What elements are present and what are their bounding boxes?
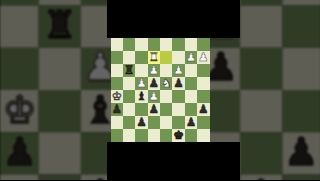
square-c6[interactable] xyxy=(172,103,184,116)
square-b2[interactable]: ♟ xyxy=(185,51,197,64)
square-a7[interactable] xyxy=(197,116,209,129)
black-king[interactable]: ♚ xyxy=(173,129,184,142)
square-f7[interactable]: ♟ xyxy=(135,116,147,129)
bg-square-g4 xyxy=(39,47,79,89)
bg-square-a5 xyxy=(281,90,320,132)
bg-square-g5 xyxy=(39,90,79,132)
square-g3[interactable]: ♜ xyxy=(123,64,135,77)
square-a3[interactable] xyxy=(197,64,209,77)
chess-board: ♜♟♟♜♟♟♟♟♞♟♚♝♟♟♟♟♟♟♚ xyxy=(111,38,210,142)
bg-square-h5: ♚ xyxy=(0,90,39,132)
bg-white-king: ♚ xyxy=(2,90,36,132)
white-rook[interactable]: ♜ xyxy=(149,51,160,64)
square-c3[interactable]: ♟ xyxy=(172,64,184,77)
square-b4[interactable] xyxy=(185,77,197,90)
white-pawn[interactable]: ♟ xyxy=(149,90,160,103)
square-f2[interactable] xyxy=(135,51,147,64)
square-c7[interactable] xyxy=(172,116,184,129)
letterbox-top xyxy=(107,0,240,38)
white-pawn[interactable]: ♟ xyxy=(149,64,160,77)
square-d3[interactable] xyxy=(160,64,172,77)
black-pawn[interactable]: ♟ xyxy=(111,103,122,116)
square-e2[interactable]: ♜ xyxy=(148,51,160,64)
square-a5[interactable] xyxy=(197,90,209,103)
bg-square-a2: ♟ xyxy=(281,0,320,5)
square-d2[interactable] xyxy=(160,51,172,64)
square-g7[interactable] xyxy=(123,116,135,129)
bg-square-a3 xyxy=(281,5,320,47)
bg-square-b3 xyxy=(240,5,280,47)
bg-square-b5 xyxy=(240,90,280,132)
black-pawn[interactable]: ♟ xyxy=(136,116,147,129)
square-e6[interactable]: ♟ xyxy=(148,103,160,116)
bg-square-a4 xyxy=(281,47,320,89)
bg-square-h2 xyxy=(0,0,39,5)
square-f4[interactable]: ♟ xyxy=(135,77,147,90)
white-knight[interactable]: ♞ xyxy=(161,77,172,90)
square-d8[interactable] xyxy=(160,129,172,142)
square-b3[interactable] xyxy=(185,64,197,77)
square-c8[interactable]: ♚ xyxy=(172,129,184,142)
square-d7[interactable] xyxy=(160,116,172,129)
white-pawn[interactable]: ♟ xyxy=(198,51,209,64)
square-g8[interactable] xyxy=(123,129,135,142)
black-pawn[interactable]: ♟ xyxy=(149,77,160,90)
square-f8[interactable] xyxy=(135,129,147,142)
bg-square-h6: ♟ xyxy=(0,132,39,174)
square-e5[interactable]: ♟ xyxy=(148,90,160,103)
square-b8[interactable] xyxy=(185,129,197,142)
bg-square-g7 xyxy=(39,174,79,180)
square-h8[interactable] xyxy=(111,129,123,142)
square-d5[interactable] xyxy=(160,90,172,103)
square-h7[interactable] xyxy=(111,116,123,129)
white-pawn[interactable]: ♟ xyxy=(136,77,147,90)
square-e8[interactable] xyxy=(148,129,160,142)
black-pawn[interactable]: ♟ xyxy=(149,103,160,116)
bg-square-b2: ♟ xyxy=(240,0,280,5)
square-h5[interactable]: ♚ xyxy=(111,90,123,103)
square-h1[interactable] xyxy=(111,38,123,51)
bg-square-b4 xyxy=(240,47,280,89)
square-d4[interactable]: ♞ xyxy=(160,77,172,90)
square-b1[interactable] xyxy=(185,38,197,51)
bg-square-a7 xyxy=(281,174,320,180)
square-e7[interactable] xyxy=(148,116,160,129)
square-g5[interactable] xyxy=(123,90,135,103)
square-a4[interactable] xyxy=(197,77,209,90)
square-d1[interactable] xyxy=(160,38,172,51)
bg-white-pawn: ♟ xyxy=(284,0,318,5)
bg-black-rook: ♜ xyxy=(42,5,76,47)
square-d6[interactable] xyxy=(160,103,172,116)
square-c4[interactable]: ♟ xyxy=(172,77,184,90)
letterbox-bottom xyxy=(107,142,240,181)
bg-square-b7: ♟ xyxy=(240,174,280,180)
black-pawn[interactable]: ♟ xyxy=(186,116,197,129)
square-h6[interactable]: ♟ xyxy=(111,103,123,116)
bg-black-pawn: ♟ xyxy=(2,132,36,174)
bg-square-g6 xyxy=(39,132,79,174)
square-h4[interactable] xyxy=(111,77,123,90)
white-pawn[interactable]: ♟ xyxy=(186,51,197,64)
bg-square-b6 xyxy=(240,132,280,174)
bg-black-pawn: ♟ xyxy=(243,174,277,180)
square-g2[interactable] xyxy=(123,51,135,64)
square-b5[interactable] xyxy=(185,90,197,103)
black-pawn[interactable]: ♟ xyxy=(173,77,184,90)
square-a2[interactable]: ♟ xyxy=(197,51,209,64)
bg-square-h7 xyxy=(0,174,39,180)
square-f5[interactable]: ♝ xyxy=(135,90,147,103)
square-f3[interactable] xyxy=(135,64,147,77)
square-a6[interactable]: ♟ xyxy=(197,103,209,116)
bg-black-pawn: ♟ xyxy=(284,132,318,174)
square-g6[interactable] xyxy=(123,103,135,116)
white-pawn[interactable]: ♟ xyxy=(173,64,184,77)
square-h3[interactable] xyxy=(111,64,123,77)
bg-square-a6: ♟ xyxy=(281,132,320,174)
square-c1[interactable] xyxy=(172,38,184,51)
white-king[interactable]: ♚ xyxy=(111,90,122,103)
video-frame: ♜♟♟♜♟♟♟♟♞♟♚♝♟♟♟♟♟♟♚ ♜♟♟♜♟♟♟♟♞♟♚♝♟♟♟♟♟♟♚ xyxy=(0,0,320,180)
square-f1[interactable] xyxy=(135,38,147,51)
square-e3[interactable]: ♟ xyxy=(148,64,160,77)
square-b6[interactable] xyxy=(185,103,197,116)
black-pawn[interactable]: ♟ xyxy=(198,103,209,116)
bg-square-h4 xyxy=(0,47,39,89)
square-g4[interactable] xyxy=(123,77,135,90)
square-a1[interactable] xyxy=(197,38,209,51)
bg-square-h3 xyxy=(0,5,39,47)
bg-white-pawn: ♟ xyxy=(243,0,277,5)
square-a8[interactable] xyxy=(197,129,209,142)
black-rook[interactable]: ♜ xyxy=(124,64,135,77)
black-bishop[interactable]: ♝ xyxy=(136,90,147,103)
square-c2[interactable] xyxy=(172,51,184,64)
square-b7[interactable]: ♟ xyxy=(185,116,197,129)
bg-square-g3: ♜ xyxy=(39,5,79,47)
square-c5[interactable] xyxy=(172,90,184,103)
square-f6[interactable] xyxy=(135,103,147,116)
square-e4[interactable]: ♟ xyxy=(148,77,160,90)
square-h2[interactable] xyxy=(111,51,123,64)
square-g1[interactable] xyxy=(123,38,135,51)
square-e1[interactable] xyxy=(148,38,160,51)
